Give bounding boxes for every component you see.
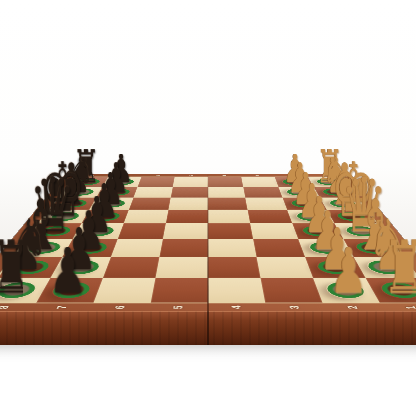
rank-label-far-4: 4 <box>221 171 229 180</box>
front-fold-seam <box>207 311 209 345</box>
rank-label-far-5: 5 <box>187 171 195 180</box>
board-frame: 8765432187654321 ♜♟♟♜♞♟♟♞♝♟♟♝♚♟♟♚♛♟♟♛♝♟♟… <box>0 174 416 312</box>
photo-canvas: side view along the a-file edge of a fol… <box>0 0 416 416</box>
piece-black-pawn-a7: ♟ <box>0 247 162 297</box>
piece-white-rook-a1: ♜ <box>310 239 416 297</box>
board-front-edge <box>0 311 416 345</box>
pieces-layer: ♜♟♟♜♞♟♟♞♝♟♟♝♚♟♟♚♛♟♟♛♝♟♟♝♞♟♟♞♜♟♟♜ <box>0 174 416 312</box>
